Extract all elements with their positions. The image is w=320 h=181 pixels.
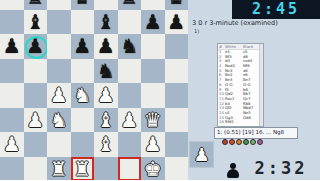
black-move — [243, 120, 259, 125]
bottom-player-clock: 2:32 — [242, 157, 320, 180]
person-icon — [226, 163, 240, 178]
square-g7[interactable]: ♟ — [141, 10, 165, 35]
square-g1[interactable]: ♚ — [141, 157, 165, 181]
square-f4[interactable] — [118, 83, 142, 108]
move-list-table[interactable]: #WhiteBlack1e4c52Nf3d63d4cxd44Nxd4Nf65Nc… — [217, 43, 264, 127]
square-h2[interactable] — [165, 132, 189, 157]
white-pawn[interactable]: ♟ — [0, 132, 24, 157]
square-e3[interactable]: ♝ — [94, 108, 118, 133]
square-e2[interactable]: ♝ — [94, 132, 118, 157]
shortcut-button[interactable] — [243, 139, 249, 145]
white-knight[interactable]: ♞ — [47, 108, 71, 133]
square-f2[interactable] — [118, 132, 142, 157]
square-b1[interactable] — [24, 157, 48, 181]
top-player-clock: 2:45 — [232, 0, 320, 19]
square-c8[interactable] — [47, 0, 71, 10]
square-d1[interactable]: ♜ — [71, 157, 95, 181]
square-c6[interactable] — [47, 34, 71, 59]
chess-app-window: ♜♛♜♚♝♝♟♟♟♟♟♟♞♞♟♞♟♟♞♝♟♛♟♝♟♜♜♚ 2:45 3 0 r … — [0, 0, 320, 180]
black-pawn[interactable]: ♟ — [24, 34, 48, 59]
game-info-text: 3 0 r 3-minute (examined) — [192, 19, 320, 27]
square-e6[interactable]: ♟ — [94, 34, 118, 59]
square-c3[interactable]: ♞ — [47, 108, 71, 133]
square-g6[interactable] — [141, 34, 165, 59]
square-d3[interactable] — [71, 108, 95, 133]
square-c7[interactable] — [47, 10, 71, 35]
square-b7[interactable]: ♝ — [24, 10, 48, 35]
black-queen[interactable]: ♛ — [71, 0, 95, 10]
square-e5[interactable]: ♞ — [94, 59, 118, 84]
square-f3[interactable]: ♟ — [118, 108, 142, 133]
white-pawn[interactable]: ♟ — [118, 108, 142, 133]
square-g3[interactable]: ♛ — [141, 108, 165, 133]
shortcut-buttons — [222, 139, 263, 145]
square-g2[interactable]: ♟ — [141, 132, 165, 157]
square-g4[interactable] — [141, 83, 165, 108]
square-h6[interactable] — [165, 34, 189, 59]
square-e4[interactable]: ♟ — [94, 83, 118, 108]
white-rook[interactable]: ♜ — [47, 157, 71, 181]
move-list-scrollbar[interactable] — [259, 44, 263, 126]
square-g5[interactable] — [141, 59, 165, 84]
square-d4[interactable]: ♞ — [71, 83, 95, 108]
shortcut-button[interactable] — [257, 139, 263, 145]
square-b8[interactable]: ♜ — [24, 0, 48, 10]
square-h5[interactable] — [165, 59, 189, 84]
white-bishop[interactable]: ♝ — [94, 108, 118, 133]
move-list-marker: 1) — [194, 28, 199, 34]
white-pawn-icon: ♟ — [190, 142, 213, 167]
square-c2[interactable] — [47, 132, 71, 157]
black-pawn[interactable]: ♟ — [94, 34, 118, 59]
square-g8[interactable] — [141, 0, 165, 10]
white-queen[interactable]: ♛ — [141, 108, 165, 133]
black-rook[interactable]: ♜ — [118, 0, 142, 10]
move-number: 16 — [218, 120, 225, 125]
shortcut-button[interactable] — [236, 139, 242, 145]
square-b4[interactable] — [24, 83, 48, 108]
square-f8[interactable]: ♜ — [118, 0, 142, 10]
square-d5[interactable] — [71, 59, 95, 84]
white-king[interactable]: ♚ — [141, 157, 165, 181]
white-pawn[interactable]: ♟ — [94, 83, 118, 108]
square-h3[interactable] — [165, 108, 189, 133]
square-a4[interactable] — [0, 83, 24, 108]
square-e8[interactable] — [94, 0, 118, 10]
square-a7[interactable] — [0, 10, 24, 35]
square-h4[interactable] — [165, 83, 189, 108]
square-h8[interactable]: ♚ — [165, 0, 189, 10]
white-pawn[interactable]: ♟ — [47, 83, 71, 108]
black-knight[interactable]: ♞ — [118, 34, 142, 59]
white-rook[interactable]: ♜ — [71, 157, 95, 181]
white-pawn[interactable]: ♟ — [24, 108, 48, 133]
square-d8[interactable]: ♛ — [71, 0, 95, 10]
square-b6[interactable]: ♟ — [24, 34, 48, 59]
square-a5[interactable] — [0, 59, 24, 84]
right-panel: 2:45 3 0 r 3-minute (examined) 1) #White… — [188, 0, 320, 180]
black-pawn[interactable]: ♟ — [71, 34, 95, 59]
square-f1[interactable] — [118, 157, 142, 181]
black-king[interactable]: ♚ — [165, 0, 189, 10]
square-f5[interactable] — [118, 59, 142, 84]
square-h1[interactable] — [165, 157, 189, 181]
white-move: Rfd1 — [225, 120, 243, 125]
square-f7[interactable] — [118, 10, 142, 35]
square-b5[interactable] — [24, 59, 48, 84]
white-bishop[interactable]: ♝ — [94, 132, 118, 157]
white-pawn[interactable]: ♟ — [141, 132, 165, 157]
square-c4[interactable]: ♟ — [47, 83, 71, 108]
square-c5[interactable] — [47, 59, 71, 84]
square-c1[interactable]: ♜ — [47, 157, 71, 181]
shortcut-button[interactable] — [222, 139, 228, 145]
chess-board[interactable]: ♜♛♜♚♝♝♟♟♟♟♟♟♞♞♟♞♟♟♞♝♟♛♟♝♟♜♜♚ — [0, 0, 188, 180]
square-a8[interactable] — [0, 0, 24, 10]
engine-output: 1: (0.51) [19] 16. ... Ng8 — [214, 127, 298, 139]
shortcut-button[interactable] — [229, 139, 235, 145]
square-d6[interactable]: ♟ — [71, 34, 95, 59]
black-bishop[interactable]: ♝ — [94, 10, 118, 35]
black-knight[interactable]: ♞ — [94, 59, 118, 84]
black-pawn[interactable]: ♟ — [165, 10, 189, 35]
square-d7[interactable] — [71, 10, 95, 35]
square-e7[interactable]: ♝ — [94, 10, 118, 35]
square-e1[interactable] — [94, 157, 118, 181]
white-knight[interactable]: ♞ — [71, 83, 95, 108]
black-bishop[interactable]: ♝ — [24, 10, 48, 35]
square-h7[interactable]: ♟ — [165, 10, 189, 35]
black-pawn[interactable]: ♟ — [0, 34, 24, 59]
square-a1[interactable] — [0, 157, 24, 181]
black-rook[interactable]: ♜ — [24, 0, 48, 10]
square-b3[interactable]: ♟ — [24, 108, 48, 133]
square-b2[interactable] — [24, 132, 48, 157]
square-a6[interactable]: ♟ — [0, 34, 24, 59]
square-a3[interactable] — [0, 108, 24, 133]
white-player-tile: ♟ — [189, 141, 214, 168]
square-d2[interactable] — [71, 132, 95, 157]
square-f6[interactable]: ♞ — [118, 34, 142, 59]
shortcut-button[interactable] — [250, 139, 256, 145]
square-a2[interactable]: ♟ — [0, 132, 24, 157]
black-pawn[interactable]: ♟ — [141, 10, 165, 35]
move-row[interactable]: 16Rfd1 — [218, 120, 263, 125]
